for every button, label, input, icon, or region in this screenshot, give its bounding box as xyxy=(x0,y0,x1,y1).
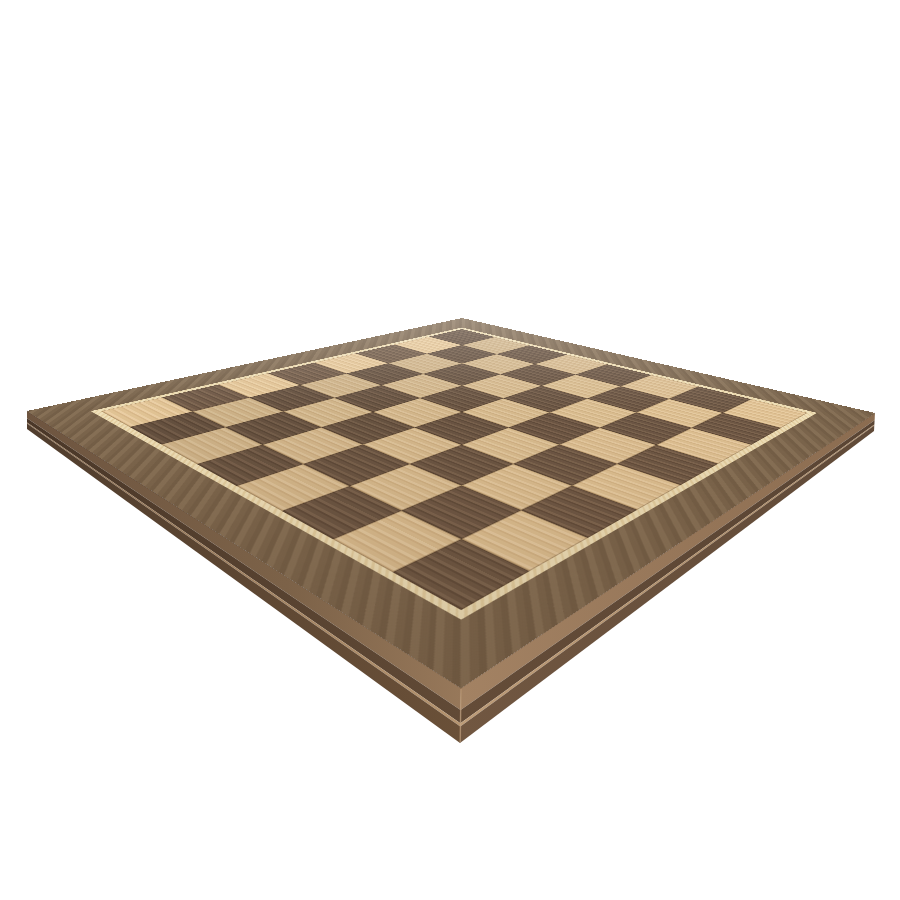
product-photo xyxy=(0,0,900,900)
near-corner-edge xyxy=(460,689,461,742)
